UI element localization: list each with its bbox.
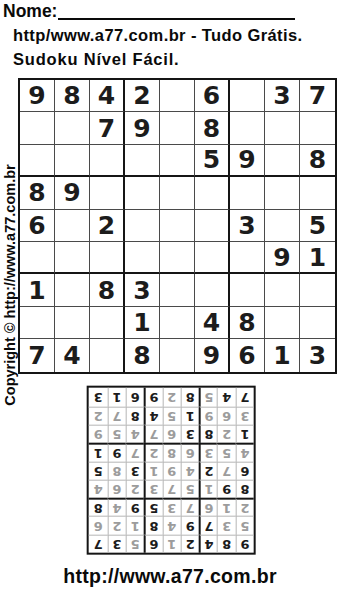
answer-cell-r7c7: 4 bbox=[126, 425, 144, 443]
name-blank-underline bbox=[58, 18, 295, 20]
main-cell-r7c5[interactable] bbox=[160, 274, 195, 306]
answer-cell-r1c9: 7 bbox=[89, 534, 107, 552]
copyright-vertical-text: Copyright © http://www.a77.com.br bbox=[2, 164, 18, 405]
main-cell-r8c3[interactable] bbox=[90, 307, 125, 339]
answer-cell-r6c9: 1 bbox=[89, 443, 107, 461]
answer-sudoku-grid: 9842165375379481262167359488915732646724… bbox=[87, 386, 256, 555]
answer-cell-r1c5: 1 bbox=[162, 534, 180, 552]
answer-cell-r6c7: 7 bbox=[126, 443, 144, 461]
answer-cell-r2c8: 2 bbox=[107, 516, 125, 534]
main-cell-r1c1: 9 bbox=[20, 80, 55, 112]
answer-cell-r6c2: 5 bbox=[217, 443, 235, 461]
main-cell-r9c1: 7 bbox=[20, 339, 55, 371]
main-cell-r7c4: 3 bbox=[125, 274, 160, 306]
main-cell-r3c4[interactable] bbox=[125, 145, 160, 177]
main-cell-r3c9: 8 bbox=[300, 145, 335, 177]
answer-cell-r8c2: 6 bbox=[217, 406, 235, 424]
answer-cell-r5c1: 6 bbox=[235, 461, 253, 479]
main-cell-r9c8: 1 bbox=[265, 339, 300, 371]
main-cell-r8c4: 1 bbox=[125, 307, 160, 339]
main-cell-r3c2[interactable] bbox=[55, 145, 90, 177]
main-cell-r3c3[interactable] bbox=[90, 145, 125, 177]
main-cell-r6c8: 9 bbox=[265, 242, 300, 274]
answer-cell-r9c7: 6 bbox=[126, 388, 144, 406]
answer-cell-r1c8: 3 bbox=[107, 534, 125, 552]
main-cell-r9c6: 9 bbox=[195, 339, 230, 371]
main-cell-r6c6[interactable] bbox=[195, 242, 230, 274]
main-cell-r1c4: 2 bbox=[125, 80, 160, 112]
main-cell-r5c4[interactable] bbox=[125, 210, 160, 242]
main-cell-r6c9: 1 bbox=[300, 242, 335, 274]
puzzle-title: Sudoku Nível Fácil. bbox=[13, 50, 180, 69]
answer-cell-r9c8: 1 bbox=[107, 388, 125, 406]
answer-cell-r1c2: 8 bbox=[217, 534, 235, 552]
main-cell-r8c2[interactable] bbox=[55, 307, 90, 339]
main-cell-r6c5[interactable] bbox=[160, 242, 195, 274]
main-cell-r1c8: 3 bbox=[265, 80, 300, 112]
main-cell-r8c7: 8 bbox=[230, 307, 265, 339]
answer-cell-r8c5: 5 bbox=[162, 406, 180, 424]
main-cell-r4c2: 9 bbox=[55, 177, 90, 209]
answer-cell-r9c3: 5 bbox=[199, 388, 217, 406]
main-cell-r8c9[interactable] bbox=[300, 307, 335, 339]
answer-cell-r8c3: 9 bbox=[199, 406, 217, 424]
answer-cell-r1c6: 6 bbox=[144, 534, 162, 552]
answer-cell-r2c2: 3 bbox=[217, 516, 235, 534]
main-cell-r7c2[interactable] bbox=[55, 274, 90, 306]
answer-cell-r1c4: 2 bbox=[180, 534, 198, 552]
answer-cell-r3c6: 5 bbox=[144, 498, 162, 516]
answer-cell-r5c8: 8 bbox=[107, 461, 125, 479]
answer-cell-r5c4: 4 bbox=[180, 461, 198, 479]
answer-cell-r2c3: 7 bbox=[199, 516, 217, 534]
answer-cell-r3c1: 2 bbox=[235, 498, 253, 516]
main-cell-r4c5[interactable] bbox=[160, 177, 195, 209]
main-cell-r3c7: 9 bbox=[230, 145, 265, 177]
main-cell-r9c9: 3 bbox=[300, 339, 335, 371]
answer-cell-r8c9: 2 bbox=[89, 406, 107, 424]
answer-cell-r7c4: 3 bbox=[180, 425, 198, 443]
answer-cell-r9c9: 3 bbox=[89, 388, 107, 406]
answer-cell-r4c7: 2 bbox=[126, 479, 144, 497]
main-cell-r9c7: 6 bbox=[230, 339, 265, 371]
footer-url: http://www.a77.com.br bbox=[0, 565, 340, 588]
answer-cell-r4c4: 5 bbox=[180, 479, 198, 497]
main-cell-r9c5[interactable] bbox=[160, 339, 195, 371]
main-cell-r7c8[interactable] bbox=[265, 274, 300, 306]
answer-cell-r3c3: 6 bbox=[199, 498, 217, 516]
answer-cell-r2c6: 8 bbox=[144, 516, 162, 534]
main-cell-r5c3: 2 bbox=[90, 210, 125, 242]
main-cell-r8c8[interactable] bbox=[265, 307, 300, 339]
answer-cell-r4c6: 3 bbox=[144, 479, 162, 497]
copyright-sidebar: Copyright © http://www.a77.com.br bbox=[1, 140, 19, 430]
main-cell-r9c4: 8 bbox=[125, 339, 160, 371]
answer-cell-r4c3: 1 bbox=[199, 479, 217, 497]
main-cell-r3c1[interactable] bbox=[20, 145, 55, 177]
answer-cell-r6c8: 9 bbox=[107, 443, 125, 461]
main-cell-r2c8[interactable] bbox=[265, 112, 300, 144]
answer-cell-r3c2: 1 bbox=[217, 498, 235, 516]
main-cell-r2c9[interactable] bbox=[300, 112, 335, 144]
answer-cell-r6c4: 6 bbox=[180, 443, 198, 461]
main-cell-r9c3[interactable] bbox=[90, 339, 125, 371]
main-cell-r3c8[interactable] bbox=[265, 145, 300, 177]
answer-cell-r1c1: 9 bbox=[235, 534, 253, 552]
answer-cell-r2c5: 4 bbox=[162, 516, 180, 534]
main-cell-r3c5[interactable] bbox=[160, 145, 195, 177]
main-cell-r5c8[interactable] bbox=[265, 210, 300, 242]
answer-cell-r4c1: 8 bbox=[235, 479, 253, 497]
answer-cell-r4c2: 9 bbox=[217, 479, 235, 497]
main-cell-r6c3[interactable] bbox=[90, 242, 125, 274]
main-cell-r8c1[interactable] bbox=[20, 307, 55, 339]
answer-cell-r3c4: 7 bbox=[180, 498, 198, 516]
answer-cell-r4c8: 6 bbox=[107, 479, 125, 497]
main-cell-r5c9: 5 bbox=[300, 210, 335, 242]
answer-cell-r3c5: 3 bbox=[162, 498, 180, 516]
answer-cell-r7c5: 6 bbox=[162, 425, 180, 443]
name-line: Nome: bbox=[3, 1, 295, 22]
main-cell-r1c9: 7 bbox=[300, 80, 335, 112]
main-cell-r1c6: 6 bbox=[195, 80, 230, 112]
answer-cell-r5c2: 7 bbox=[217, 461, 235, 479]
answer-cell-r2c4: 9 bbox=[180, 516, 198, 534]
main-cell-r2c3: 7 bbox=[90, 112, 125, 144]
answer-cell-r9c1: 7 bbox=[235, 388, 253, 406]
main-cell-r6c4[interactable] bbox=[125, 242, 160, 274]
main-cell-r2c7[interactable] bbox=[230, 112, 265, 144]
main-cell-r2c1[interactable] bbox=[20, 112, 55, 144]
answer-cell-r7c8: 5 bbox=[107, 425, 125, 443]
main-cell-r7c9[interactable] bbox=[300, 274, 335, 306]
answer-cell-r9c2: 4 bbox=[217, 388, 235, 406]
answer-cell-r1c3: 4 bbox=[199, 534, 217, 552]
main-cell-r2c6: 8 bbox=[195, 112, 230, 144]
answer-cell-r9c4: 8 bbox=[180, 388, 198, 406]
answer-cell-r7c1: 1 bbox=[235, 425, 253, 443]
main-cell-r8c5[interactable] bbox=[160, 307, 195, 339]
site-tagline: http/www.a77.com.br - Tudo Grátis. bbox=[13, 26, 303, 45]
answer-cell-r7c3: 8 bbox=[199, 425, 217, 443]
answer-cell-r5c9: 5 bbox=[89, 461, 107, 479]
answer-cell-r7c2: 2 bbox=[217, 425, 235, 443]
main-cell-r7c7[interactable] bbox=[230, 274, 265, 306]
answer-cell-r8c7: 8 bbox=[126, 406, 144, 424]
main-cell-r4c1: 8 bbox=[20, 177, 55, 209]
main-cell-r5c6[interactable] bbox=[195, 210, 230, 242]
main-sudoku-grid: 9842637798598896235911831487489613 bbox=[18, 78, 337, 374]
main-cell-r2c4: 9 bbox=[125, 112, 160, 144]
answer-cell-r1c7: 5 bbox=[126, 534, 144, 552]
answer-cell-r4c9: 4 bbox=[89, 479, 107, 497]
answer-cell-r2c9: 6 bbox=[89, 516, 107, 534]
main-cell-r5c7: 3 bbox=[230, 210, 265, 242]
main-cell-r4c6[interactable] bbox=[195, 177, 230, 209]
main-cell-r5c5[interactable] bbox=[160, 210, 195, 242]
answer-cell-r8c4: 1 bbox=[180, 406, 198, 424]
main-cell-r9c2: 4 bbox=[55, 339, 90, 371]
answer-cell-r2c1: 5 bbox=[235, 516, 253, 534]
main-cell-r4c4[interactable] bbox=[125, 177, 160, 209]
main-cell-r2c5[interactable] bbox=[160, 112, 195, 144]
answer-cell-r3c9: 8 bbox=[89, 498, 107, 516]
answer-cell-r6c6: 2 bbox=[144, 443, 162, 461]
main-cell-r3c6: 5 bbox=[195, 145, 230, 177]
main-cell-r5c1: 6 bbox=[20, 210, 55, 242]
answer-cell-r3c7: 9 bbox=[126, 498, 144, 516]
main-cell-r1c2: 8 bbox=[55, 80, 90, 112]
main-cell-r6c1[interactable] bbox=[20, 242, 55, 274]
answer-cell-r3c8: 4 bbox=[107, 498, 125, 516]
answer-cell-r6c3: 3 bbox=[199, 443, 217, 461]
answer-cell-r5c6: 1 bbox=[144, 461, 162, 479]
main-cell-r4c3[interactable] bbox=[90, 177, 125, 209]
main-cell-r4c9[interactable] bbox=[300, 177, 335, 209]
answer-cell-r5c5: 9 bbox=[162, 461, 180, 479]
answer-cell-r7c6: 7 bbox=[144, 425, 162, 443]
main-cell-r6c2[interactable] bbox=[55, 242, 90, 274]
answer-cell-r6c5: 8 bbox=[162, 443, 180, 461]
answer-cell-r8c6: 4 bbox=[144, 406, 162, 424]
main-cell-r4c7[interactable] bbox=[230, 177, 265, 209]
answer-cell-r7c9: 9 bbox=[89, 425, 107, 443]
main-cell-r4c8[interactable] bbox=[265, 177, 300, 209]
answer-cell-r8c1: 3 bbox=[235, 406, 253, 424]
answer-cell-r8c8: 7 bbox=[107, 406, 125, 424]
main-cell-r5c2[interactable] bbox=[55, 210, 90, 242]
answer-cell-r9c5: 2 bbox=[162, 388, 180, 406]
answer-cell-r9c6: 9 bbox=[144, 388, 162, 406]
answer-cell-r2c7: 1 bbox=[126, 516, 144, 534]
main-cell-r1c3: 4 bbox=[90, 80, 125, 112]
main-cell-r6c7[interactable] bbox=[230, 242, 265, 274]
main-cell-r7c3: 8 bbox=[90, 274, 125, 306]
answer-cell-r6c1: 4 bbox=[235, 443, 253, 461]
name-label: Nome: bbox=[3, 1, 57, 22]
main-cell-r2c2[interactable] bbox=[55, 112, 90, 144]
main-cell-r1c7[interactable] bbox=[230, 80, 265, 112]
answer-cell-r5c7: 3 bbox=[126, 461, 144, 479]
main-cell-r1c5[interactable] bbox=[160, 80, 195, 112]
main-cell-r7c6[interactable] bbox=[195, 274, 230, 306]
answer-cell-r5c3: 2 bbox=[199, 461, 217, 479]
main-cell-r8c6: 4 bbox=[195, 307, 230, 339]
answer-cell-r4c5: 7 bbox=[162, 479, 180, 497]
main-cell-r7c1: 1 bbox=[20, 274, 55, 306]
